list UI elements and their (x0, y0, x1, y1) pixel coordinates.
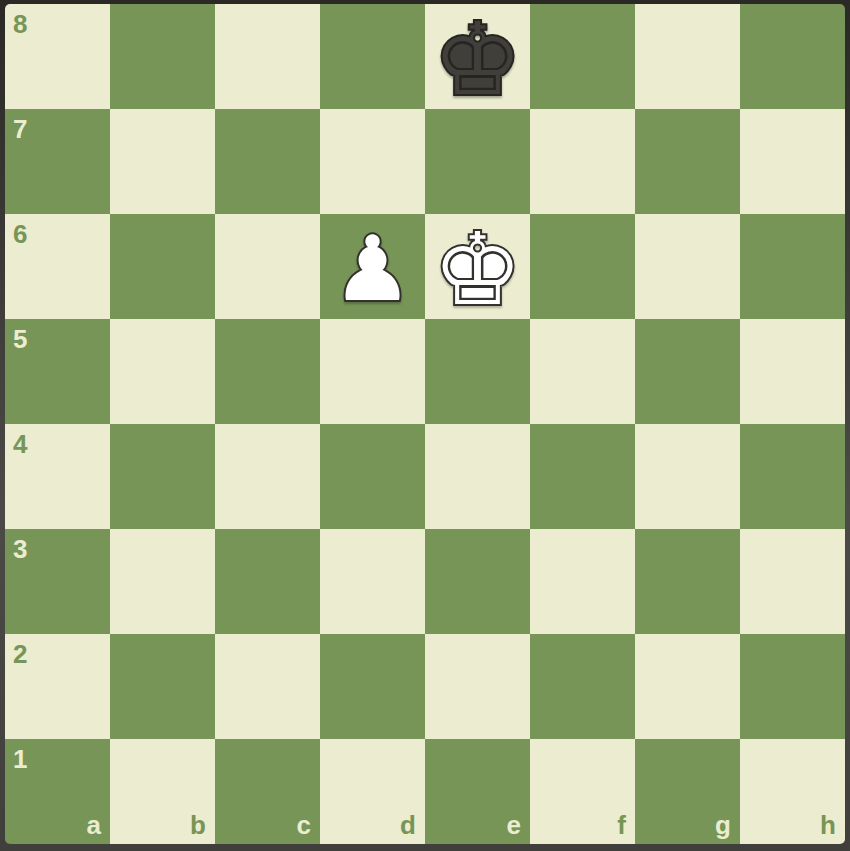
square-e5[interactable] (425, 319, 530, 424)
square-e3[interactable] (425, 529, 530, 634)
square-h5[interactable] (740, 319, 845, 424)
file-label-a: a (87, 812, 101, 838)
square-f4[interactable] (530, 424, 635, 529)
file-label-c: c (297, 812, 311, 838)
square-c4[interactable] (215, 424, 320, 529)
square-a4[interactable]: 4 (5, 424, 110, 529)
square-g1[interactable]: g (635, 739, 740, 844)
square-b1[interactable]: b (110, 739, 215, 844)
square-e1[interactable]: e (425, 739, 530, 844)
square-c2[interactable] (215, 634, 320, 739)
square-b3[interactable] (110, 529, 215, 634)
rank-label-3: 3 (13, 536, 27, 562)
square-f2[interactable] (530, 634, 635, 739)
square-g6[interactable] (635, 214, 740, 319)
square-g2[interactable] (635, 634, 740, 739)
square-c6[interactable] (215, 214, 320, 319)
square-a3[interactable]: 3 (5, 529, 110, 634)
square-a1[interactable]: 1a (5, 739, 110, 844)
rank-label-6: 6 (13, 221, 27, 247)
square-a6[interactable]: 6 (5, 214, 110, 319)
square-b2[interactable] (110, 634, 215, 739)
square-c5[interactable] (215, 319, 320, 424)
square-f1[interactable]: f (530, 739, 635, 844)
square-a7[interactable]: 7 (5, 109, 110, 214)
rank-label-4: 4 (13, 431, 27, 457)
square-e7[interactable] (425, 109, 530, 214)
square-a5[interactable]: 5 (5, 319, 110, 424)
square-c1[interactable]: c (215, 739, 320, 844)
square-c3[interactable] (215, 529, 320, 634)
file-label-e: e (507, 812, 521, 838)
chess-board: 8♚76♟♚54321abcdefgh (5, 4, 845, 844)
square-b6[interactable] (110, 214, 215, 319)
square-f7[interactable] (530, 109, 635, 214)
square-c7[interactable] (215, 109, 320, 214)
square-f6[interactable] (530, 214, 635, 319)
file-label-h: h (820, 812, 836, 838)
square-b8[interactable] (110, 4, 215, 109)
square-b5[interactable] (110, 319, 215, 424)
square-g4[interactable] (635, 424, 740, 529)
square-e6[interactable]: ♚ (425, 214, 530, 319)
file-label-f: f (617, 812, 626, 838)
square-f8[interactable] (530, 4, 635, 109)
square-g5[interactable] (635, 319, 740, 424)
square-b7[interactable] (110, 109, 215, 214)
square-c8[interactable] (215, 4, 320, 109)
square-h1[interactable]: h (740, 739, 845, 844)
rank-label-1: 1 (13, 746, 27, 772)
square-e4[interactable] (425, 424, 530, 529)
white-pawn-d6[interactable]: ♟ (320, 216, 425, 321)
square-b4[interactable] (110, 424, 215, 529)
square-e2[interactable] (425, 634, 530, 739)
square-d3[interactable] (320, 529, 425, 634)
square-g3[interactable] (635, 529, 740, 634)
square-d2[interactable] (320, 634, 425, 739)
square-h8[interactable] (740, 4, 845, 109)
square-d5[interactable] (320, 319, 425, 424)
board-frame: 8♚76♟♚54321abcdefgh (0, 0, 850, 851)
white-king-e6[interactable]: ♚ (425, 217, 530, 322)
rank-label-5: 5 (13, 326, 27, 352)
square-d4[interactable] (320, 424, 425, 529)
square-d7[interactable] (320, 109, 425, 214)
rank-label-2: 2 (13, 641, 27, 667)
square-d6[interactable]: ♟ (320, 214, 425, 319)
square-a2[interactable]: 2 (5, 634, 110, 739)
square-h4[interactable] (740, 424, 845, 529)
square-f3[interactable] (530, 529, 635, 634)
file-label-g: g (715, 812, 731, 838)
square-d8[interactable] (320, 4, 425, 109)
square-h7[interactable] (740, 109, 845, 214)
square-h2[interactable] (740, 634, 845, 739)
square-a8[interactable]: 8 (5, 4, 110, 109)
rank-label-7: 7 (13, 116, 27, 142)
square-h3[interactable] (740, 529, 845, 634)
square-d1[interactable]: d (320, 739, 425, 844)
square-g7[interactable] (635, 109, 740, 214)
square-g8[interactable] (635, 4, 740, 109)
file-label-b: b (190, 812, 206, 838)
rank-label-8: 8 (13, 11, 27, 37)
file-label-d: d (400, 812, 416, 838)
square-h6[interactable] (740, 214, 845, 319)
square-f5[interactable] (530, 319, 635, 424)
black-king-e8[interactable]: ♚ (425, 7, 530, 112)
square-e8[interactable]: ♚ (425, 4, 530, 109)
